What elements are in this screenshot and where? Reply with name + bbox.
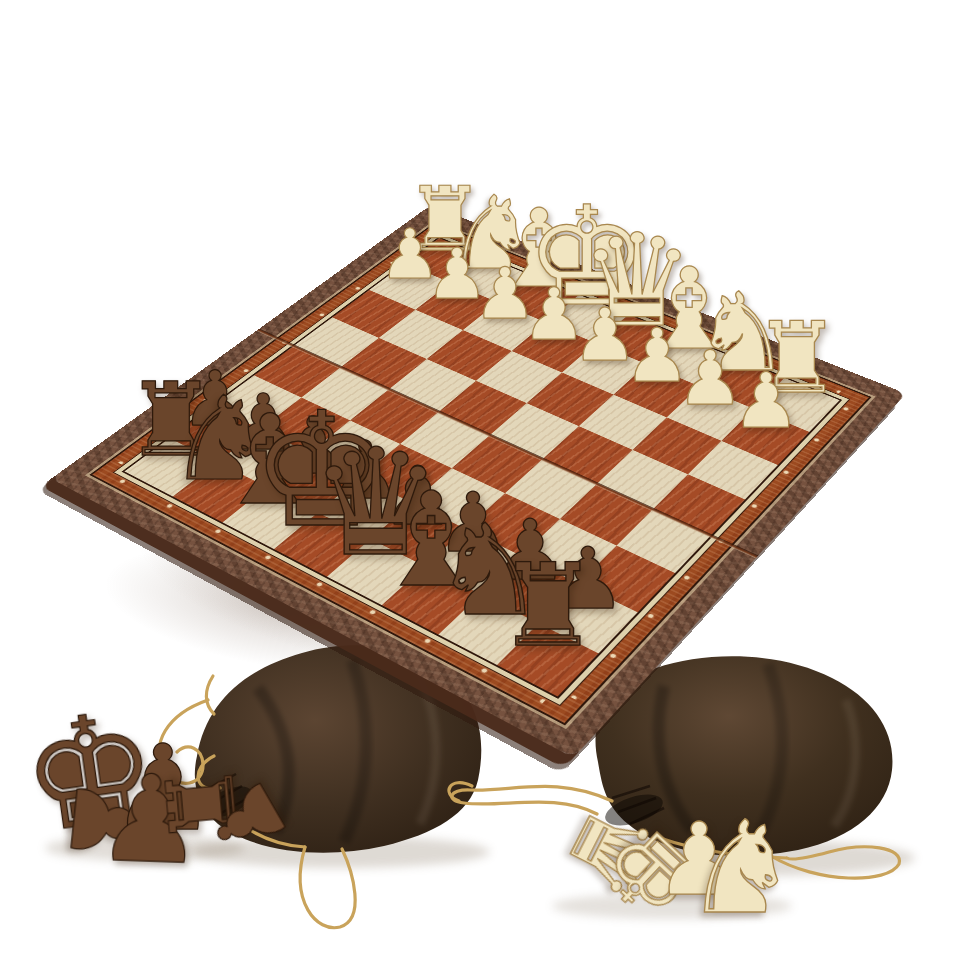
product-scene: ♜♞♝♚♛♝♞♜♟♟♟♟♟♟♟♟♟♟♟♟♟♟♟♟♜♞♝♚♛♝♞♜ xyxy=(0,0,960,960)
drawstring-left-top xyxy=(206,676,214,714)
black-rook[interactable]: ♜ xyxy=(497,549,599,663)
white-pawn[interactable]: ♟ xyxy=(731,363,799,439)
spilled-cream-knight[interactable]: ♞ xyxy=(684,804,799,932)
